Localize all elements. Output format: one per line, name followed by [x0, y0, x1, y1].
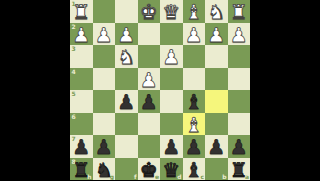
square-a1[interactable]: ♜	[228, 0, 251, 23]
square-a4[interactable]	[228, 68, 251, 91]
rank-label-1: 1	[72, 1, 76, 7]
square-c6[interactable]: ♝	[183, 113, 206, 136]
piece-white-bishop-c1: ♝	[185, 2, 203, 22]
square-g3[interactable]	[93, 45, 116, 68]
file-label-f: f	[134, 174, 137, 180]
square-e5[interactable]: ♟	[138, 90, 161, 113]
square-e3[interactable]	[138, 45, 161, 68]
file-label-a: a	[245, 174, 249, 180]
square-c7[interactable]: ♟	[183, 135, 206, 158]
square-d3[interactable]: ♟	[160, 45, 183, 68]
rank-label-5: 5	[72, 91, 76, 97]
square-a3[interactable]	[228, 45, 251, 68]
square-e4[interactable]: ♟	[138, 68, 161, 91]
square-c1[interactable]: ♝	[183, 0, 206, 23]
square-b6[interactable]	[205, 113, 228, 136]
letterbox-right	[250, 0, 320, 180]
chess-board[interactable]: 1♜♚♛♝♞♜2♟♟♟♟♟♟3♞♟4♟5♟♟♝6♝7♟♟♟♟♟♟8h♜g♞fe♚…	[70, 0, 250, 180]
piece-white-rook-h1: ♜	[72, 2, 90, 22]
square-b4[interactable]	[205, 68, 228, 91]
square-e7[interactable]	[138, 135, 161, 158]
square-b5[interactable]	[205, 90, 228, 113]
square-g5[interactable]	[93, 90, 116, 113]
square-g6[interactable]	[93, 113, 116, 136]
square-h8[interactable]: 8h♜	[70, 158, 93, 181]
file-label-d: d	[177, 174, 181, 180]
square-d8[interactable]: d♛	[160, 158, 183, 181]
piece-white-knight-f3: ♞	[117, 47, 135, 67]
piece-white-pawn-h2: ♟	[72, 24, 90, 44]
rank-label-7: 7	[72, 136, 76, 142]
square-h1[interactable]: 1♜	[70, 0, 93, 23]
piece-black-rook-a8: ♜	[230, 159, 248, 179]
square-a7[interactable]: ♟	[228, 135, 251, 158]
square-c3[interactable]	[183, 45, 206, 68]
square-b7[interactable]: ♟	[205, 135, 228, 158]
square-h6[interactable]: 6	[70, 113, 93, 136]
square-f3[interactable]: ♞	[115, 45, 138, 68]
file-label-b: b	[222, 174, 226, 180]
file-label-e: e	[155, 174, 159, 180]
piece-black-king-e8: ♚	[140, 159, 158, 179]
square-d6[interactable]	[160, 113, 183, 136]
square-b8[interactable]: b	[205, 158, 228, 181]
square-f2[interactable]: ♟	[115, 23, 138, 46]
file-label-c: c	[200, 174, 204, 180]
square-f4[interactable]	[115, 68, 138, 91]
square-g8[interactable]: g♞	[93, 158, 116, 181]
square-a8[interactable]: a♜	[228, 158, 251, 181]
piece-black-pawn-a7: ♟	[230, 137, 248, 157]
piece-black-pawn-e5: ♟	[140, 92, 158, 112]
piece-white-rook-a1: ♜	[230, 2, 248, 22]
square-d2[interactable]	[160, 23, 183, 46]
square-f6[interactable]	[115, 113, 138, 136]
square-f5[interactable]: ♟	[115, 90, 138, 113]
square-a6[interactable]	[228, 113, 251, 136]
piece-black-pawn-g7: ♟	[95, 137, 113, 157]
piece-white-king-e1: ♚	[140, 2, 158, 22]
square-h5[interactable]: 5	[70, 90, 93, 113]
piece-black-pawn-d7: ♟	[162, 137, 180, 157]
piece-black-bishop-c5: ♝	[185, 92, 203, 112]
piece-white-pawn-f2: ♟	[117, 24, 135, 44]
piece-black-pawn-h7: ♟	[72, 137, 90, 157]
piece-white-pawn-d3: ♟	[162, 47, 180, 67]
file-label-g: g	[110, 174, 114, 180]
square-d4[interactable]	[160, 68, 183, 91]
square-e6[interactable]	[138, 113, 161, 136]
file-label-h: h	[87, 174, 91, 180]
square-c5[interactable]: ♝	[183, 90, 206, 113]
square-h7[interactable]: 7♟	[70, 135, 93, 158]
rank-label-2: 2	[72, 24, 76, 30]
letterbox-left	[0, 0, 70, 180]
square-g2[interactable]: ♟	[93, 23, 116, 46]
square-e1[interactable]: ♚	[138, 0, 161, 23]
piece-black-queen-d8: ♛	[162, 159, 180, 179]
square-h2[interactable]: 2♟	[70, 23, 93, 46]
piece-white-bishop-c6: ♝	[185, 114, 203, 134]
square-g7[interactable]: ♟	[93, 135, 116, 158]
square-b1[interactable]: ♞	[205, 0, 228, 23]
piece-black-pawn-c7: ♟	[185, 137, 203, 157]
piece-white-queen-d1: ♛	[162, 2, 180, 22]
square-c4[interactable]	[183, 68, 206, 91]
square-b3[interactable]	[205, 45, 228, 68]
square-a2[interactable]: ♟	[228, 23, 251, 46]
rank-label-6: 6	[72, 114, 76, 120]
square-g4[interactable]	[93, 68, 116, 91]
piece-white-knight-b1: ♞	[207, 2, 225, 22]
piece-black-pawn-b7: ♟	[207, 137, 225, 157]
video-frame: 1♜♚♛♝♞♜2♟♟♟♟♟♟3♞♟4♟5♟♟♝6♝7♟♟♟♟♟♟8h♜g♞fe♚…	[0, 0, 320, 180]
piece-black-pawn-f5: ♟	[117, 92, 135, 112]
piece-white-pawn-b2: ♟	[207, 24, 225, 44]
square-d5[interactable]	[160, 90, 183, 113]
rank-label-4: 4	[72, 69, 76, 75]
square-h4[interactable]: 4	[70, 68, 93, 91]
square-a5[interactable]	[228, 90, 251, 113]
piece-white-pawn-c2: ♟	[185, 24, 203, 44]
square-f7[interactable]	[115, 135, 138, 158]
square-h3[interactable]: 3	[70, 45, 93, 68]
square-d1[interactable]: ♛	[160, 0, 183, 23]
square-f1[interactable]	[115, 0, 138, 23]
square-e8[interactable]: e♚	[138, 158, 161, 181]
square-e2[interactable]	[138, 23, 161, 46]
rank-label-8: 8	[72, 159, 76, 165]
piece-black-bishop-c8: ♝	[185, 159, 203, 179]
square-b2[interactable]: ♟	[205, 23, 228, 46]
square-f8[interactable]: f	[115, 158, 138, 181]
square-d7[interactable]: ♟	[160, 135, 183, 158]
square-c2[interactable]: ♟	[183, 23, 206, 46]
piece-black-knight-g8: ♞	[95, 159, 113, 179]
piece-white-pawn-g2: ♟	[95, 24, 113, 44]
square-c8[interactable]: c♝	[183, 158, 206, 181]
piece-black-rook-h8: ♜	[72, 159, 90, 179]
piece-white-pawn-e4: ♟	[140, 69, 158, 89]
piece-white-pawn-a2: ♟	[230, 24, 248, 44]
rank-label-3: 3	[72, 46, 76, 52]
square-g1[interactable]	[93, 0, 116, 23]
